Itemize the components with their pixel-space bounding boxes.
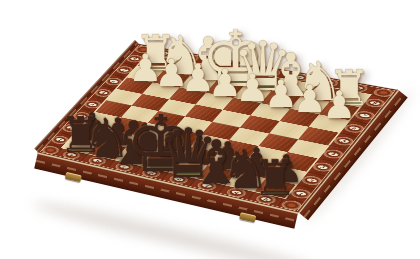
rank-medallion: 7 <box>358 113 370 118</box>
rank-medallion-text: 7 <box>121 69 127 72</box>
rank-medallion: 3 <box>316 165 328 170</box>
file-medallion-text: h <box>263 197 270 201</box>
file-medallion: b <box>185 56 196 60</box>
rank-medallion-text: 5 <box>340 139 346 142</box>
rosette-ornament: 5 <box>331 135 355 146</box>
file-medallion: d <box>146 171 157 176</box>
file-medallion-text: f <box>205 184 210 187</box>
rank-medallion: 2 <box>305 178 317 183</box>
rank-medallion-text: 8 <box>372 101 378 104</box>
file-medallion: g <box>323 80 334 84</box>
rank-medallion-text: 6 <box>351 127 357 130</box>
rank-medallion: 7 <box>119 68 129 72</box>
file-medallion-text: b <box>188 56 194 59</box>
rank-medallion: 5 <box>98 91 108 95</box>
file-medallion: f <box>294 75 305 79</box>
rank-medallion: 5 <box>338 139 350 144</box>
rank-medallion-text: 8 <box>132 57 138 60</box>
file-medallion-text: c <box>214 61 219 64</box>
file-medallion-text: g <box>325 81 331 84</box>
rank-medallion: 8 <box>129 57 139 61</box>
rank-medallion: 4 <box>87 102 97 106</box>
file-medallion-text: h <box>355 86 361 89</box>
rank-medallion-text: 4 <box>89 103 95 106</box>
rank-medallion-text: 6 <box>111 80 117 83</box>
file-medallion-text: c <box>121 165 126 168</box>
brass-clasp-icon <box>239 212 256 222</box>
rank-medallion-text: 2 <box>308 179 314 183</box>
file-medallion-text: d <box>241 66 247 69</box>
rank-medallion: 8 <box>369 101 381 106</box>
rank-medallion-text: 5 <box>100 91 106 94</box>
file-medallion-text: a <box>69 153 75 156</box>
rank-medallion: 1 <box>54 138 64 142</box>
rank-medallion: 6 <box>108 79 118 83</box>
rank-medallion: 4 <box>327 152 339 157</box>
file-medallion: c <box>119 164 130 169</box>
rank-medallion-text: 2 <box>68 126 74 129</box>
rank-medallion: 6 <box>348 126 360 131</box>
file-medallion: e <box>266 70 277 74</box>
file-medallion-text: g <box>233 191 239 195</box>
file-medallion: d <box>238 65 249 69</box>
rank-medallion-text: 7 <box>361 114 367 117</box>
file-medallion-text: e <box>269 71 275 74</box>
rank-medallion: 1 <box>295 191 307 196</box>
rank-medallion-text: 1 <box>57 138 63 141</box>
file-medallion-text: e <box>176 178 182 181</box>
rank-medallion: 3 <box>76 114 86 118</box>
file-medallion-text: f <box>297 76 301 79</box>
file-medallion: h <box>352 86 364 90</box>
rosette-ornament: 2 <box>299 174 324 186</box>
rosette-ornament: 7 <box>352 110 376 121</box>
file-medallion: a <box>66 152 77 157</box>
rank-medallion-text: 3 <box>319 165 325 169</box>
rosette-ornament: 8 <box>363 98 387 109</box>
file-medallion: g <box>230 190 242 195</box>
rank-medallion-text: 1 <box>297 192 303 196</box>
file-medallion: a <box>159 51 169 55</box>
rosette-ornament: 6 <box>342 123 366 134</box>
file-medallion: h <box>260 197 272 202</box>
brass-clasp-icon <box>65 172 82 182</box>
file-medallion: e <box>173 177 184 182</box>
chess-board: abcdefgh8877665544332211abcdefgh <box>38 44 397 212</box>
rosette-ornament: 3 <box>310 161 335 173</box>
file-medallion: c <box>211 60 222 64</box>
rank-medallion: 2 <box>65 126 75 130</box>
file-medallion: f <box>202 183 213 188</box>
file-medallion: b <box>92 158 103 163</box>
rosette-ornament: 1 <box>288 188 313 200</box>
rosette-ornament: 4 <box>321 148 345 160</box>
file-medallion-text: b <box>95 159 101 162</box>
file-medallion-text: a <box>162 52 167 55</box>
file-medallion-text: d <box>148 171 154 174</box>
chess-set-photo: abcdefgh8877665544332211abcdefgh ♜♞♝♚♛♝♞… <box>0 0 420 259</box>
rank-medallion-text: 3 <box>79 115 85 118</box>
rank-medallion-text: 4 <box>330 152 336 155</box>
